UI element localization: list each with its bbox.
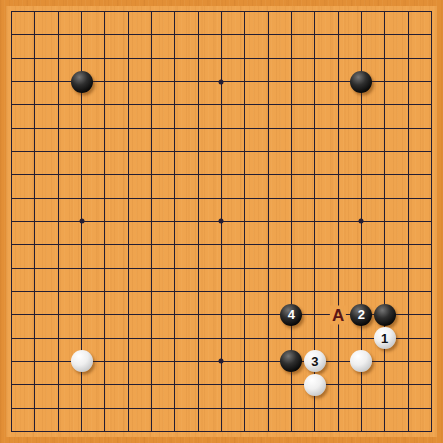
intersection-K9[interactable] (210, 233, 233, 256)
intersection-E13[interactable] (93, 140, 116, 163)
intersection-L17[interactable] (233, 47, 256, 70)
intersection-N13[interactable] (280, 140, 303, 163)
intersection-G8[interactable] (140, 256, 163, 279)
intersection-S5[interactable] (396, 326, 419, 349)
intersection-B13[interactable] (23, 140, 46, 163)
intersection-R2[interactable] (373, 396, 396, 419)
intersection-F16[interactable] (117, 70, 140, 93)
intersection-M15[interactable] (256, 93, 279, 116)
intersection-R8[interactable] (373, 256, 396, 279)
intersection-B10[interactable] (23, 210, 46, 233)
intersection-E2[interactable] (93, 396, 116, 419)
intersection-L5[interactable] (233, 326, 256, 349)
intersection-O2[interactable] (303, 396, 326, 419)
intersection-O8[interactable] (303, 256, 326, 279)
intersection-S10[interactable] (396, 210, 419, 233)
intersection-N8[interactable] (280, 256, 303, 279)
intersection-K5[interactable] (210, 326, 233, 349)
intersection-S4[interactable] (396, 350, 419, 373)
intersection-O10[interactable] (303, 210, 326, 233)
intersection-M5[interactable] (256, 326, 279, 349)
intersection-Q18[interactable] (350, 23, 373, 46)
intersection-G10[interactable] (140, 210, 163, 233)
intersection-L16[interactable] (233, 70, 256, 93)
intersection-O17[interactable] (303, 47, 326, 70)
intersection-D12[interactable] (70, 163, 93, 186)
intersection-R15[interactable] (373, 93, 396, 116)
intersection-G5[interactable] (140, 326, 163, 349)
intersection-G9[interactable] (140, 233, 163, 256)
intersection-F1[interactable] (117, 420, 140, 443)
intersection-P1[interactable] (326, 420, 349, 443)
intersection-P19[interactable] (326, 0, 349, 23)
intersection-J3[interactable] (187, 373, 210, 396)
intersection-M19[interactable] (256, 0, 279, 23)
intersection-C19[interactable] (47, 0, 70, 23)
intersection-K16[interactable] (210, 70, 233, 93)
intersection-R1[interactable] (373, 420, 396, 443)
intersection-Q5[interactable] (350, 326, 373, 349)
intersection-T9[interactable] (420, 233, 443, 256)
intersection-O16[interactable] (303, 70, 326, 93)
intersection-C6[interactable] (47, 303, 70, 326)
intersection-C4[interactable] (47, 350, 70, 373)
intersection-Q1[interactable] (350, 420, 373, 443)
intersection-R3[interactable] (373, 373, 396, 396)
intersection-B8[interactable] (23, 256, 46, 279)
intersection-H7[interactable] (163, 280, 186, 303)
intersection-L8[interactable] (233, 256, 256, 279)
intersection-H1[interactable] (163, 420, 186, 443)
intersection-H18[interactable] (163, 23, 186, 46)
intersection-D13[interactable] (70, 140, 93, 163)
intersection-B16[interactable] (23, 70, 46, 93)
intersection-K8[interactable] (210, 256, 233, 279)
intersection-B15[interactable] (23, 93, 46, 116)
intersection-G6[interactable] (140, 303, 163, 326)
intersection-C15[interactable] (47, 93, 70, 116)
intersection-E1[interactable] (93, 420, 116, 443)
intersection-J12[interactable] (187, 163, 210, 186)
intersection-L9[interactable] (233, 233, 256, 256)
intersection-M3[interactable] (256, 373, 279, 396)
intersection-G11[interactable] (140, 187, 163, 210)
intersection-E18[interactable] (93, 23, 116, 46)
intersection-S16[interactable] (396, 70, 419, 93)
intersection-L3[interactable] (233, 373, 256, 396)
intersection-R17[interactable] (373, 47, 396, 70)
intersection-S3[interactable] (396, 373, 419, 396)
intersection-C8[interactable] (47, 256, 70, 279)
intersection-F14[interactable] (117, 117, 140, 140)
intersection-S11[interactable] (396, 187, 419, 210)
intersection-S17[interactable] (396, 47, 419, 70)
intersection-E4[interactable] (93, 350, 116, 373)
intersection-E6[interactable] (93, 303, 116, 326)
intersection-O19[interactable] (303, 0, 326, 23)
intersection-K11[interactable] (210, 187, 233, 210)
intersection-F17[interactable] (117, 47, 140, 70)
intersection-F18[interactable] (117, 23, 140, 46)
intersection-C7[interactable] (47, 280, 70, 303)
intersection-N6[interactable]: 4 (280, 303, 303, 326)
intersection-A18[interactable] (0, 23, 23, 46)
intersection-K18[interactable] (210, 23, 233, 46)
intersection-A3[interactable] (0, 373, 23, 396)
intersection-H17[interactable] (163, 47, 186, 70)
intersection-C18[interactable] (47, 23, 70, 46)
intersection-A12[interactable] (0, 163, 23, 186)
intersection-D19[interactable] (70, 0, 93, 23)
intersection-J8[interactable] (187, 256, 210, 279)
intersection-N11[interactable] (280, 187, 303, 210)
intersection-T2[interactable] (420, 396, 443, 419)
intersection-J6[interactable] (187, 303, 210, 326)
intersection-F10[interactable] (117, 210, 140, 233)
intersection-N12[interactable] (280, 163, 303, 186)
intersection-P16[interactable] (326, 70, 349, 93)
intersection-K3[interactable] (210, 373, 233, 396)
intersection-K17[interactable] (210, 47, 233, 70)
intersection-Q7[interactable] (350, 280, 373, 303)
intersection-M11[interactable] (256, 187, 279, 210)
intersection-T1[interactable] (420, 420, 443, 443)
intersection-T3[interactable] (420, 373, 443, 396)
intersection-N14[interactable] (280, 117, 303, 140)
intersection-E5[interactable] (93, 326, 116, 349)
intersection-O4[interactable]: 3 (303, 350, 326, 373)
intersection-C3[interactable] (47, 373, 70, 396)
intersection-P7[interactable] (326, 280, 349, 303)
intersection-H8[interactable] (163, 256, 186, 279)
intersection-B19[interactable] (23, 0, 46, 23)
intersection-K7[interactable] (210, 280, 233, 303)
intersection-T13[interactable] (420, 140, 443, 163)
intersection-T6[interactable] (420, 303, 443, 326)
intersection-P9[interactable] (326, 233, 349, 256)
intersection-Q4[interactable] (350, 350, 373, 373)
intersection-M17[interactable] (256, 47, 279, 70)
intersection-T7[interactable] (420, 280, 443, 303)
intersection-E17[interactable] (93, 47, 116, 70)
intersection-G13[interactable] (140, 140, 163, 163)
intersection-C13[interactable] (47, 140, 70, 163)
intersection-R16[interactable] (373, 70, 396, 93)
intersection-S12[interactable] (396, 163, 419, 186)
intersection-H6[interactable] (163, 303, 186, 326)
intersection-F2[interactable] (117, 396, 140, 419)
intersection-O9[interactable] (303, 233, 326, 256)
intersection-E19[interactable] (93, 0, 116, 23)
intersection-E11[interactable] (93, 187, 116, 210)
intersection-F12[interactable] (117, 163, 140, 186)
intersection-N7[interactable] (280, 280, 303, 303)
intersection-N10[interactable] (280, 210, 303, 233)
intersection-Q8[interactable] (350, 256, 373, 279)
intersection-S15[interactable] (396, 93, 419, 116)
intersection-L7[interactable] (233, 280, 256, 303)
intersection-R5[interactable]: 1 (373, 326, 396, 349)
intersection-T5[interactable] (420, 326, 443, 349)
intersection-K13[interactable] (210, 140, 233, 163)
intersection-M7[interactable] (256, 280, 279, 303)
intersection-D3[interactable] (70, 373, 93, 396)
intersection-L6[interactable] (233, 303, 256, 326)
intersection-J16[interactable] (187, 70, 210, 93)
intersection-P2[interactable] (326, 396, 349, 419)
intersection-P15[interactable] (326, 93, 349, 116)
intersection-M2[interactable] (256, 396, 279, 419)
intersection-B14[interactable] (23, 117, 46, 140)
intersection-R13[interactable] (373, 140, 396, 163)
intersection-N2[interactable] (280, 396, 303, 419)
intersection-H15[interactable] (163, 93, 186, 116)
intersection-H13[interactable] (163, 140, 186, 163)
intersection-A8[interactable] (0, 256, 23, 279)
intersection-P13[interactable] (326, 140, 349, 163)
intersection-K2[interactable] (210, 396, 233, 419)
intersection-K6[interactable] (210, 303, 233, 326)
intersection-R4[interactable] (373, 350, 396, 373)
intersection-D11[interactable] (70, 187, 93, 210)
intersection-O18[interactable] (303, 23, 326, 46)
intersection-H19[interactable] (163, 0, 186, 23)
intersection-N19[interactable] (280, 0, 303, 23)
intersection-K1[interactable] (210, 420, 233, 443)
intersection-M13[interactable] (256, 140, 279, 163)
intersection-S9[interactable] (396, 233, 419, 256)
intersection-D8[interactable] (70, 256, 93, 279)
intersection-J14[interactable] (187, 117, 210, 140)
intersection-S6[interactable] (396, 303, 419, 326)
intersection-E3[interactable] (93, 373, 116, 396)
intersection-A10[interactable] (0, 210, 23, 233)
intersection-O11[interactable] (303, 187, 326, 210)
intersection-O12[interactable] (303, 163, 326, 186)
intersection-B12[interactable] (23, 163, 46, 186)
intersection-M6[interactable] (256, 303, 279, 326)
intersection-F11[interactable] (117, 187, 140, 210)
intersection-H2[interactable] (163, 396, 186, 419)
intersection-K19[interactable] (210, 0, 233, 23)
intersection-C11[interactable] (47, 187, 70, 210)
intersection-L13[interactable] (233, 140, 256, 163)
intersection-A1[interactable] (0, 420, 23, 443)
intersection-F3[interactable] (117, 373, 140, 396)
intersection-N17[interactable] (280, 47, 303, 70)
intersection-M9[interactable] (256, 233, 279, 256)
intersection-L15[interactable] (233, 93, 256, 116)
intersection-G17[interactable] (140, 47, 163, 70)
intersection-O6[interactable] (303, 303, 326, 326)
intersection-H9[interactable] (163, 233, 186, 256)
intersection-M10[interactable] (256, 210, 279, 233)
intersection-G4[interactable] (140, 350, 163, 373)
intersection-J18[interactable] (187, 23, 210, 46)
intersection-D2[interactable] (70, 396, 93, 419)
intersection-G12[interactable] (140, 163, 163, 186)
intersection-K14[interactable] (210, 117, 233, 140)
intersection-O3[interactable] (303, 373, 326, 396)
intersection-P6[interactable]: A (326, 303, 349, 326)
intersection-B17[interactable] (23, 47, 46, 70)
intersection-B11[interactable] (23, 187, 46, 210)
intersection-R6[interactable] (373, 303, 396, 326)
intersection-C5[interactable] (47, 326, 70, 349)
intersection-A7[interactable] (0, 280, 23, 303)
intersection-A11[interactable] (0, 187, 23, 210)
intersection-Q13[interactable] (350, 140, 373, 163)
intersection-B6[interactable] (23, 303, 46, 326)
intersection-B9[interactable] (23, 233, 46, 256)
intersection-Q6[interactable]: 2 (350, 303, 373, 326)
intersection-M18[interactable] (256, 23, 279, 46)
intersection-R14[interactable] (373, 117, 396, 140)
intersection-O1[interactable] (303, 420, 326, 443)
intersection-L19[interactable] (233, 0, 256, 23)
intersection-R9[interactable] (373, 233, 396, 256)
intersection-K4[interactable] (210, 350, 233, 373)
intersection-B5[interactable] (23, 326, 46, 349)
intersection-S1[interactable] (396, 420, 419, 443)
intersection-G2[interactable] (140, 396, 163, 419)
intersection-P11[interactable] (326, 187, 349, 210)
intersection-P18[interactable] (326, 23, 349, 46)
intersection-K10[interactable] (210, 210, 233, 233)
intersection-T18[interactable] (420, 23, 443, 46)
intersection-C12[interactable] (47, 163, 70, 186)
intersection-Q2[interactable] (350, 396, 373, 419)
intersection-A13[interactable] (0, 140, 23, 163)
intersection-O7[interactable] (303, 280, 326, 303)
intersection-G14[interactable] (140, 117, 163, 140)
intersection-Q12[interactable] (350, 163, 373, 186)
intersection-S13[interactable] (396, 140, 419, 163)
intersection-C17[interactable] (47, 47, 70, 70)
intersection-H16[interactable] (163, 70, 186, 93)
intersection-D1[interactable] (70, 420, 93, 443)
intersection-Q9[interactable] (350, 233, 373, 256)
intersection-A16[interactable] (0, 70, 23, 93)
intersection-C14[interactable] (47, 117, 70, 140)
intersection-D18[interactable] (70, 23, 93, 46)
intersection-D5[interactable] (70, 326, 93, 349)
intersection-G16[interactable] (140, 70, 163, 93)
intersection-M4[interactable] (256, 350, 279, 373)
intersection-F15[interactable] (117, 93, 140, 116)
intersection-S19[interactable] (396, 0, 419, 23)
intersection-Q19[interactable] (350, 0, 373, 23)
intersection-Q3[interactable] (350, 373, 373, 396)
intersection-D10[interactable] (70, 210, 93, 233)
intersection-S8[interactable] (396, 256, 419, 279)
intersection-A19[interactable] (0, 0, 23, 23)
intersection-A4[interactable] (0, 350, 23, 373)
intersection-N5[interactable] (280, 326, 303, 349)
intersection-B18[interactable] (23, 23, 46, 46)
intersection-R18[interactable] (373, 23, 396, 46)
intersection-E14[interactable] (93, 117, 116, 140)
intersection-M16[interactable] (256, 70, 279, 93)
intersection-L2[interactable] (233, 396, 256, 419)
intersection-E12[interactable] (93, 163, 116, 186)
intersection-O13[interactable] (303, 140, 326, 163)
intersection-F7[interactable] (117, 280, 140, 303)
intersection-F6[interactable] (117, 303, 140, 326)
intersection-H14[interactable] (163, 117, 186, 140)
intersection-H5[interactable] (163, 326, 186, 349)
intersection-Q11[interactable] (350, 187, 373, 210)
intersection-Q15[interactable] (350, 93, 373, 116)
intersection-D4[interactable] (70, 350, 93, 373)
intersection-R11[interactable] (373, 187, 396, 210)
intersection-C10[interactable] (47, 210, 70, 233)
intersection-D17[interactable] (70, 47, 93, 70)
intersection-L11[interactable] (233, 187, 256, 210)
intersection-T11[interactable] (420, 187, 443, 210)
intersection-L10[interactable] (233, 210, 256, 233)
intersection-F4[interactable] (117, 350, 140, 373)
intersection-J17[interactable] (187, 47, 210, 70)
intersection-O14[interactable] (303, 117, 326, 140)
intersection-F9[interactable] (117, 233, 140, 256)
intersection-B1[interactable] (23, 420, 46, 443)
intersection-L18[interactable] (233, 23, 256, 46)
intersection-J5[interactable] (187, 326, 210, 349)
intersection-H12[interactable] (163, 163, 186, 186)
intersection-M12[interactable] (256, 163, 279, 186)
intersection-P5[interactable] (326, 326, 349, 349)
intersection-D15[interactable] (70, 93, 93, 116)
intersection-T14[interactable] (420, 117, 443, 140)
intersection-E15[interactable] (93, 93, 116, 116)
intersection-H4[interactable] (163, 350, 186, 373)
intersection-D14[interactable] (70, 117, 93, 140)
intersection-T4[interactable] (420, 350, 443, 373)
intersection-Q10[interactable] (350, 210, 373, 233)
intersection-A15[interactable] (0, 93, 23, 116)
intersection-J7[interactable] (187, 280, 210, 303)
intersection-G1[interactable] (140, 420, 163, 443)
intersection-B4[interactable] (23, 350, 46, 373)
intersection-P8[interactable] (326, 256, 349, 279)
intersection-M1[interactable] (256, 420, 279, 443)
intersection-N3[interactable] (280, 373, 303, 396)
intersection-L1[interactable] (233, 420, 256, 443)
intersection-E7[interactable] (93, 280, 116, 303)
intersection-B3[interactable] (23, 373, 46, 396)
intersection-A6[interactable] (0, 303, 23, 326)
intersection-M8[interactable] (256, 256, 279, 279)
intersection-T17[interactable] (420, 47, 443, 70)
intersection-J9[interactable] (187, 233, 210, 256)
intersection-A14[interactable] (0, 117, 23, 140)
intersection-D16[interactable] (70, 70, 93, 93)
intersection-D6[interactable] (70, 303, 93, 326)
intersection-P3[interactable] (326, 373, 349, 396)
intersection-F13[interactable] (117, 140, 140, 163)
intersection-R10[interactable] (373, 210, 396, 233)
intersection-J11[interactable] (187, 187, 210, 210)
intersection-N4[interactable] (280, 350, 303, 373)
intersection-J15[interactable] (187, 93, 210, 116)
intersection-G15[interactable] (140, 93, 163, 116)
intersection-J13[interactable] (187, 140, 210, 163)
intersection-P12[interactable] (326, 163, 349, 186)
intersection-T12[interactable] (420, 163, 443, 186)
intersection-E10[interactable] (93, 210, 116, 233)
intersection-N15[interactable] (280, 93, 303, 116)
